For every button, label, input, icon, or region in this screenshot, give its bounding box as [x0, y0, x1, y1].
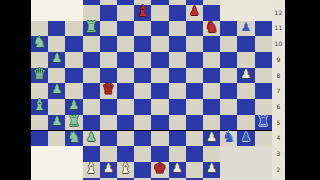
- piece-green-pawn[interactable]: ♟: [83, 131, 100, 147]
- board-square[interactable]: [83, 68, 100, 84]
- board-square[interactable]: [151, 36, 168, 52]
- board-square[interactable]: [220, 52, 237, 68]
- board-cut-corner: [255, 162, 272, 178]
- board-cut-corner: [237, 5, 254, 21]
- board-square[interactable]: [48, 36, 65, 52]
- board-cut-corner: [255, 178, 272, 180]
- board-square[interactable]: [65, 83, 82, 99]
- board-square[interactable]: [100, 5, 117, 21]
- board-square[interactable]: [83, 99, 100, 115]
- chess-board[interactable]: ♝♟♞♛♚♜♞♟♛♟♝♟♟♜♞♟♟♜♞♟♟♟♝♟♝♟♟♟♟♟♟♟: [31, 0, 272, 180]
- board-square[interactable]: [255, 83, 272, 99]
- board-square[interactable]: [134, 162, 151, 178]
- piece-red-unknown[interactable]: ♟: [169, 0, 186, 5]
- board-square[interactable]: [151, 131, 168, 147]
- board-cut-corner: [237, 146, 254, 162]
- rank-label: 11: [272, 25, 285, 31]
- board-square[interactable]: [186, 52, 203, 68]
- board-square[interactable]: [237, 36, 254, 52]
- board-square[interactable]: [83, 178, 100, 180]
- letterbox-right-bar: [285, 0, 320, 180]
- letterbox-left-bar: [0, 0, 31, 180]
- board-square[interactable]: [151, 83, 168, 99]
- board-square[interactable]: [151, 99, 168, 115]
- board-square[interactable]: [117, 52, 134, 68]
- piece-blue-pawn[interactable]: ♟: [237, 21, 254, 37]
- board-square[interactable]: [220, 36, 237, 52]
- board-square[interactable]: [169, 5, 186, 21]
- board-square[interactable]: [100, 21, 117, 37]
- board-cut-corner: [220, 178, 237, 180]
- rank-label: 5: [272, 120, 285, 126]
- board-cut-corner: [48, 178, 65, 180]
- rank-label: 3: [272, 151, 285, 157]
- board-square[interactable]: [186, 36, 203, 52]
- board-square[interactable]: [117, 178, 134, 180]
- piece-white-bishop[interactable]: ♝: [83, 162, 100, 178]
- rank-label: 4: [272, 135, 285, 141]
- board-square[interactable]: [151, 115, 168, 131]
- board-square[interactable]: [31, 131, 48, 147]
- piece-green-knight[interactable]: ♞: [31, 36, 48, 52]
- board-cut-corner: [65, 162, 82, 178]
- board-cut-corner: [31, 5, 48, 21]
- game-screen: ♝♟♞♛♚♜♞♟♛♟♝♟♟♜♞♟♟♜♞♟♟♟♝♟♝♟♟♟♟♟♟♟ 1211109…: [0, 0, 320, 180]
- rank-label: 10: [272, 41, 285, 47]
- board-cut-corner: [31, 178, 48, 180]
- piece-red-pawn[interactable]: ♟: [186, 5, 203, 21]
- board-square[interactable]: [100, 115, 117, 131]
- piece-red-unknown[interactable]: ♟: [186, 0, 203, 5]
- board-square[interactable]: [203, 115, 220, 131]
- board-square[interactable]: [134, 36, 151, 52]
- board-square[interactable]: [169, 21, 186, 37]
- board-square[interactable]: [134, 83, 151, 99]
- board-cut-corner: [237, 162, 254, 178]
- piece-blue-rook[interactable]: ♜: [255, 115, 272, 131]
- piece-green-queen[interactable]: ♛: [31, 68, 48, 84]
- piece-red-unknown[interactable]: ♟: [117, 0, 134, 5]
- board-square[interactable]: [65, 21, 82, 37]
- board-square[interactable]: [100, 52, 117, 68]
- board-square[interactable]: [65, 68, 82, 84]
- piece-white-bishop[interactable]: ♝: [117, 162, 134, 178]
- board-square[interactable]: [186, 146, 203, 162]
- board-square[interactable]: [134, 131, 151, 147]
- board-square[interactable]: [151, 5, 168, 21]
- board-square[interactable]: [83, 115, 100, 131]
- piece-red-king[interactable]: ♚: [151, 162, 168, 178]
- board-square[interactable]: [255, 52, 272, 68]
- board-square[interactable]: [48, 68, 65, 84]
- board-square[interactable]: [186, 99, 203, 115]
- board-square[interactable]: [134, 178, 151, 180]
- board-square[interactable]: [151, 68, 168, 84]
- board-square[interactable]: [203, 83, 220, 99]
- board-square[interactable]: [220, 99, 237, 115]
- board-square[interactable]: [237, 52, 254, 68]
- board-cut-corner: [65, 146, 82, 162]
- board-square[interactable]: [220, 68, 237, 84]
- board-square[interactable]: [100, 131, 117, 147]
- board-square[interactable]: [151, 178, 168, 180]
- rank-label: 7: [272, 88, 285, 94]
- board-square[interactable]: [255, 131, 272, 147]
- board-square[interactable]: [134, 21, 151, 37]
- board-square[interactable]: [117, 131, 134, 147]
- piece-red-unknown[interactable]: ♟: [100, 0, 117, 5]
- board-cut-corner: [220, 162, 237, 178]
- board-square[interactable]: [83, 83, 100, 99]
- board-square[interactable]: [255, 21, 272, 37]
- piece-red-bishop[interactable]: ♝: [134, 5, 151, 21]
- board-square[interactable]: [134, 146, 151, 162]
- board-square[interactable]: [48, 131, 65, 147]
- board-square[interactable]: [169, 178, 186, 180]
- piece-green-rook[interactable]: ♜: [83, 21, 100, 37]
- piece-blue-pawn[interactable]: ♟: [237, 131, 254, 147]
- board-cut-corner: [220, 5, 237, 21]
- board-square[interactable]: [117, 5, 134, 21]
- board-square[interactable]: [203, 68, 220, 84]
- piece-blue-knight[interactable]: ♞: [220, 131, 237, 147]
- board-square[interactable]: [186, 162, 203, 178]
- piece-green-bishop[interactable]: ♝: [31, 99, 48, 115]
- piece-red-knight[interactable]: ♞: [203, 21, 220, 37]
- board-square[interactable]: [186, 131, 203, 147]
- board-square[interactable]: [117, 36, 134, 52]
- rank-label: 6: [272, 104, 285, 110]
- board-square[interactable]: [186, 83, 203, 99]
- piece-white-pawn[interactable]: ♟: [169, 162, 186, 178]
- board-cut-corner: [255, 5, 272, 21]
- board-square[interactable]: [169, 131, 186, 147]
- board-square[interactable]: [237, 115, 254, 131]
- board-square[interactable]: [169, 52, 186, 68]
- board-square[interactable]: [203, 146, 220, 162]
- board-square[interactable]: [134, 99, 151, 115]
- board-square[interactable]: [151, 52, 168, 68]
- board-cut-corner: [220, 146, 237, 162]
- board-square[interactable]: [186, 115, 203, 131]
- board-square[interactable]: [100, 146, 117, 162]
- board-cut-corner: [48, 146, 65, 162]
- rank-label: 8: [272, 73, 285, 79]
- board-square[interactable]: [220, 83, 237, 99]
- rank-label-strip: 12111098765432: [272, 0, 285, 180]
- board-cut-corner: [255, 146, 272, 162]
- board-square[interactable]: [186, 21, 203, 37]
- piece-green-pawn[interactable]: ♟: [48, 52, 65, 68]
- board-square[interactable]: [237, 99, 254, 115]
- board-square[interactable]: [169, 36, 186, 52]
- board-cut-corner: [31, 146, 48, 162]
- piece-white-pawn[interactable]: ♟: [100, 162, 117, 178]
- board-cut-corner: [31, 162, 48, 178]
- board-cut-corner: [48, 5, 65, 21]
- piece-red-queen[interactable]: ♛: [100, 83, 117, 99]
- board-square[interactable]: [203, 178, 220, 180]
- rank-label: 9: [272, 57, 285, 63]
- board-square[interactable]: [134, 115, 151, 131]
- rank-label: 12: [272, 10, 285, 16]
- board-square[interactable]: [169, 146, 186, 162]
- board-cut-corner: [65, 178, 82, 180]
- board-square[interactable]: [65, 36, 82, 52]
- piece-green-knight[interactable]: ♞: [65, 131, 82, 147]
- board-square[interactable]: [117, 83, 134, 99]
- board-square[interactable]: [117, 115, 134, 131]
- rank-label: 2: [272, 167, 285, 173]
- board-square[interactable]: [203, 52, 220, 68]
- board-square[interactable]: [83, 52, 100, 68]
- board-cut-corner: [65, 5, 82, 21]
- board-square[interactable]: [48, 21, 65, 37]
- board-square[interactable]: [203, 36, 220, 52]
- piece-green-pawn[interactable]: ♟: [48, 115, 65, 131]
- board-square[interactable]: [169, 83, 186, 99]
- board-square[interactable]: [117, 68, 134, 84]
- board-square[interactable]: [100, 178, 117, 180]
- board-square[interactable]: [169, 115, 186, 131]
- piece-white-pawn[interactable]: ♟: [203, 162, 220, 178]
- board-cut-corner: [48, 162, 65, 178]
- board-square[interactable]: [134, 52, 151, 68]
- board-square[interactable]: [169, 68, 186, 84]
- board-square[interactable]: [203, 99, 220, 115]
- board-square[interactable]: [117, 21, 134, 37]
- board-square[interactable]: [255, 36, 272, 52]
- board-square[interactable]: [100, 36, 117, 52]
- board-square[interactable]: [220, 21, 237, 37]
- board-square[interactable]: [237, 83, 254, 99]
- piece-white-pawn[interactable]: ♟: [203, 131, 220, 147]
- piece-white-pawn[interactable]: ♟: [237, 68, 254, 84]
- piece-red-unknown[interactable]: ♟: [151, 0, 168, 5]
- board-square[interactable]: [169, 99, 186, 115]
- board-square[interactable]: [186, 178, 203, 180]
- board-square[interactable]: [134, 68, 151, 84]
- board-square[interactable]: [31, 115, 48, 131]
- board-square[interactable]: [48, 99, 65, 115]
- board-cut-corner: [237, 178, 254, 180]
- board-square[interactable]: [151, 21, 168, 37]
- board-square[interactable]: [255, 68, 272, 84]
- board-square[interactable]: [117, 99, 134, 115]
- piece-green-pawn[interactable]: ♟: [48, 83, 65, 99]
- board-square[interactable]: [100, 99, 117, 115]
- board-square[interactable]: [83, 36, 100, 52]
- board-square[interactable]: [186, 68, 203, 84]
- board-square[interactable]: [65, 52, 82, 68]
